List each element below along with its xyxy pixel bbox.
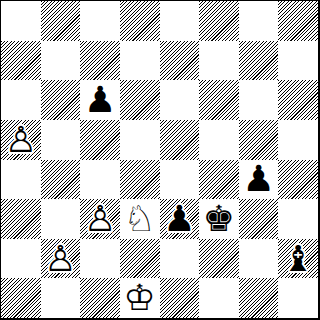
square-e4[interactable] — [160, 160, 200, 200]
square-h1[interactable] — [278, 278, 318, 318]
square-h6[interactable] — [278, 80, 318, 120]
square-g7[interactable] — [239, 41, 279, 81]
square-a1[interactable] — [1, 278, 41, 318]
chess-board: ♟♟♟♙♟♟♟♙♞♘♟♟♚♚♟♙♝♝♚♔ — [0, 0, 320, 320]
piece-white-knight: ♞♘ — [120, 199, 160, 239]
square-b2[interactable]: ♟♙ — [41, 239, 81, 279]
square-f3[interactable]: ♚♚ — [199, 199, 239, 239]
piece-black-bishop: ♝♝ — [278, 239, 318, 279]
square-d7[interactable] — [120, 41, 160, 81]
piece-black-pawn: ♟♟ — [80, 80, 120, 120]
square-c7[interactable] — [80, 41, 120, 81]
square-a4[interactable] — [1, 160, 41, 200]
square-g3[interactable] — [239, 199, 279, 239]
square-a6[interactable] — [1, 80, 41, 120]
square-g6[interactable] — [239, 80, 279, 120]
square-e7[interactable] — [160, 41, 200, 81]
square-g1[interactable] — [239, 278, 279, 318]
white-pawn-glyph: ♙ — [41, 239, 81, 279]
square-b7[interactable] — [41, 41, 81, 81]
square-h3[interactable] — [278, 199, 318, 239]
square-c8[interactable] — [80, 1, 120, 41]
square-f8[interactable] — [199, 1, 239, 41]
white-pawn-glyph: ♙ — [80, 199, 120, 239]
square-g4[interactable]: ♟♟ — [239, 160, 279, 200]
square-c3[interactable]: ♟♙ — [80, 199, 120, 239]
piece-black-king: ♚♚ — [199, 199, 239, 239]
square-h5[interactable] — [278, 120, 318, 160]
black-pawn-glyph: ♟ — [160, 199, 200, 239]
square-a2[interactable] — [1, 239, 41, 279]
square-e5[interactable] — [160, 120, 200, 160]
piece-black-pawn: ♟♟ — [160, 199, 200, 239]
square-g8[interactable] — [239, 1, 279, 41]
square-h7[interactable] — [278, 41, 318, 81]
piece-white-pawn: ♟♙ — [41, 239, 81, 279]
square-c2[interactable] — [80, 239, 120, 279]
square-d8[interactable] — [120, 1, 160, 41]
square-a7[interactable] — [1, 41, 41, 81]
square-d2[interactable] — [120, 239, 160, 279]
square-a3[interactable] — [1, 199, 41, 239]
white-pawn-glyph: ♙ — [1, 120, 41, 160]
piece-black-pawn: ♟♟ — [239, 160, 279, 200]
square-g5[interactable] — [239, 120, 279, 160]
square-d3[interactable]: ♞♘ — [120, 199, 160, 239]
square-d6[interactable] — [120, 80, 160, 120]
square-f4[interactable] — [199, 160, 239, 200]
square-e1[interactable] — [160, 278, 200, 318]
square-h4[interactable] — [278, 160, 318, 200]
square-h2[interactable]: ♝♝ — [278, 239, 318, 279]
square-b8[interactable] — [41, 1, 81, 41]
square-f7[interactable] — [199, 41, 239, 81]
square-g2[interactable] — [239, 239, 279, 279]
square-a8[interactable] — [1, 1, 41, 41]
black-pawn-glyph: ♟ — [239, 160, 279, 200]
piece-white-pawn: ♟♙ — [1, 120, 41, 160]
square-d5[interactable] — [120, 120, 160, 160]
square-b6[interactable] — [41, 80, 81, 120]
square-a5[interactable]: ♟♙ — [1, 120, 41, 160]
black-bishop-glyph: ♝ — [278, 239, 318, 279]
square-e3[interactable]: ♟♟ — [160, 199, 200, 239]
square-e2[interactable] — [160, 239, 200, 279]
black-pawn-glyph: ♟ — [80, 80, 120, 120]
white-knight-glyph: ♘ — [120, 199, 160, 239]
square-d1[interactable]: ♚♔ — [120, 278, 160, 318]
square-d4[interactable] — [120, 160, 160, 200]
piece-white-king: ♚♔ — [120, 278, 160, 318]
square-c5[interactable] — [80, 120, 120, 160]
square-c4[interactable] — [80, 160, 120, 200]
square-f1[interactable] — [199, 278, 239, 318]
square-f2[interactable] — [199, 239, 239, 279]
square-e8[interactable] — [160, 1, 200, 41]
square-b5[interactable] — [41, 120, 81, 160]
square-e6[interactable] — [160, 80, 200, 120]
black-king-glyph: ♚ — [199, 199, 239, 239]
piece-white-pawn: ♟♙ — [80, 199, 120, 239]
square-f5[interactable] — [199, 120, 239, 160]
square-b4[interactable] — [41, 160, 81, 200]
square-h8[interactable] — [278, 1, 318, 41]
square-f6[interactable] — [199, 80, 239, 120]
square-b3[interactable] — [41, 199, 81, 239]
white-king-glyph: ♔ — [120, 278, 160, 318]
square-b1[interactable] — [41, 278, 81, 318]
square-c1[interactable] — [80, 278, 120, 318]
square-c6[interactable]: ♟♟ — [80, 80, 120, 120]
